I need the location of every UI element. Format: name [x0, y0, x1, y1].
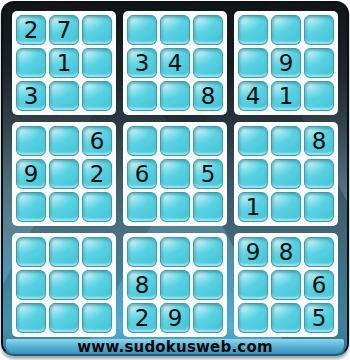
cell-r7c7[interactable]: 9 [238, 237, 268, 267]
cell-r6c4[interactable] [127, 192, 157, 222]
cell-r2c4[interactable]: 3 [127, 48, 157, 78]
cell-r1c2[interactable]: 7 [49, 15, 79, 45]
cell-r8c7[interactable] [238, 270, 268, 300]
cell-r9c8[interactable] [271, 303, 301, 333]
box-4: 692 [12, 122, 116, 226]
cell-r7c6[interactable] [193, 237, 223, 267]
cell-r3c1[interactable]: 3 [16, 81, 46, 111]
cell-r8c4[interactable]: 8 [127, 270, 157, 300]
cell-r8c3[interactable] [82, 270, 112, 300]
website-watermark: www.sudokusweb.com [77, 338, 272, 356]
cell-r1c7[interactable] [238, 15, 268, 45]
cell-r4c1[interactable] [16, 126, 46, 156]
cell-r8c9[interactable]: 6 [304, 270, 334, 300]
cell-r7c2[interactable] [49, 237, 79, 267]
cell-r8c8[interactable] [271, 270, 301, 300]
cell-r7c3[interactable] [82, 237, 112, 267]
cell-r1c5[interactable] [160, 15, 190, 45]
cell-r9c2[interactable] [49, 303, 79, 333]
cell-r8c5[interactable] [160, 270, 190, 300]
cell-r2c2[interactable]: 1 [49, 48, 79, 78]
cell-r1c8[interactable] [271, 15, 301, 45]
cell-r4c6[interactable] [193, 126, 223, 156]
cell-r6c7[interactable]: 1 [238, 192, 268, 222]
sudoku-board-frame: 271334894169265818299865 www.sudokusweb.… [1, 1, 349, 356]
footer-bar: www.sudokusweb.com [6, 339, 344, 354]
cell-r5c7[interactable] [238, 159, 268, 189]
cell-r2c6[interactable] [193, 48, 223, 78]
cell-r2c1[interactable] [16, 48, 46, 78]
cell-r6c9[interactable] [304, 192, 334, 222]
cell-r1c4[interactable] [127, 15, 157, 45]
cell-r9c3[interactable] [82, 303, 112, 333]
cell-r2c9[interactable] [304, 48, 334, 78]
box-2: 348 [123, 11, 227, 115]
cell-r3c4[interactable] [127, 81, 157, 111]
cell-r5c5[interactable] [160, 159, 190, 189]
cell-r7c9[interactable] [304, 237, 334, 267]
box-8: 829 [123, 233, 227, 337]
cell-r4c2[interactable] [49, 126, 79, 156]
cell-r3c2[interactable] [49, 81, 79, 111]
box-7 [12, 233, 116, 337]
cell-r3c7[interactable]: 4 [238, 81, 268, 111]
cell-r4c9[interactable]: 8 [304, 126, 334, 156]
cell-r6c5[interactable] [160, 192, 190, 222]
cell-r3c8[interactable]: 1 [271, 81, 301, 111]
box-9: 9865 [234, 233, 338, 337]
cell-r3c9[interactable] [304, 81, 334, 111]
sudoku-grid: 271334894169265818299865 [12, 11, 338, 337]
cell-r8c1[interactable] [16, 270, 46, 300]
box-6: 81 [234, 122, 338, 226]
cell-r4c7[interactable] [238, 126, 268, 156]
cell-r9c6[interactable] [193, 303, 223, 333]
cell-r5c2[interactable] [49, 159, 79, 189]
cell-r2c8[interactable]: 9 [271, 48, 301, 78]
cell-r3c3[interactable] [82, 81, 112, 111]
cell-r6c6[interactable] [193, 192, 223, 222]
cell-r5c4[interactable]: 6 [127, 159, 157, 189]
cell-r6c8[interactable] [271, 192, 301, 222]
cell-r4c3[interactable]: 6 [82, 126, 112, 156]
cell-r2c5[interactable]: 4 [160, 48, 190, 78]
cell-r4c4[interactable] [127, 126, 157, 156]
cell-r2c3[interactable] [82, 48, 112, 78]
cell-r9c4[interactable]: 2 [127, 303, 157, 333]
cell-r9c7[interactable] [238, 303, 268, 333]
cell-r7c4[interactable] [127, 237, 157, 267]
box-5: 65 [123, 122, 227, 226]
cell-r8c6[interactable] [193, 270, 223, 300]
cell-r6c1[interactable] [16, 192, 46, 222]
box-1: 2713 [12, 11, 116, 115]
cell-r5c6[interactable]: 5 [193, 159, 223, 189]
cell-r4c8[interactable] [271, 126, 301, 156]
cell-r1c6[interactable] [193, 15, 223, 45]
cell-r7c5[interactable] [160, 237, 190, 267]
cell-r5c8[interactable] [271, 159, 301, 189]
cell-r3c5[interactable] [160, 81, 190, 111]
cell-r2c7[interactable] [238, 48, 268, 78]
cell-r9c1[interactable] [16, 303, 46, 333]
cell-r6c3[interactable] [82, 192, 112, 222]
cell-r4c5[interactable] [160, 126, 190, 156]
cell-r6c2[interactable] [49, 192, 79, 222]
cell-r9c5[interactable]: 9 [160, 303, 190, 333]
cell-r9c9[interactable]: 5 [304, 303, 334, 333]
cell-r3c6[interactable]: 8 [193, 81, 223, 111]
cell-r5c3[interactable]: 2 [82, 159, 112, 189]
cell-r7c1[interactable] [16, 237, 46, 267]
cell-r1c1[interactable]: 2 [16, 15, 46, 45]
cell-r7c8[interactable]: 8 [271, 237, 301, 267]
cell-r5c1[interactable]: 9 [16, 159, 46, 189]
cell-r1c3[interactable] [82, 15, 112, 45]
box-3: 941 [234, 11, 338, 115]
cell-r8c2[interactable] [49, 270, 79, 300]
cell-r5c9[interactable] [304, 159, 334, 189]
cell-r1c9[interactable] [304, 15, 334, 45]
